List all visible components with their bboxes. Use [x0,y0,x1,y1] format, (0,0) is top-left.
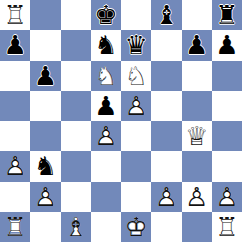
square-d5[interactable]: ♟ [91,91,121,121]
piece-white-pawn[interactable]: ♟♙ [151,182,181,212]
square-h4[interactable] [212,121,242,151]
piece-glyph: ♞ [30,151,60,181]
square-e5[interactable]: ♟♙ [121,91,151,121]
square-d7[interactable]: ♞ [91,30,121,60]
square-d4[interactable]: ♟♙ [91,121,121,151]
square-g4[interactable]: ♛♕ [182,121,212,151]
square-f3[interactable] [151,151,181,181]
piece-glyph: ♟ [212,30,242,60]
piece-black-rook[interactable]: ♜ [212,0,242,30]
square-b6[interactable]: ♟ [30,61,60,91]
square-f5[interactable] [151,91,181,121]
square-b1[interactable] [30,212,60,242]
piece-outline-glyph: ♗ [61,212,91,242]
piece-glyph: ♟ [91,91,121,121]
piece-outline-glyph: ♙ [121,91,151,121]
square-h6[interactable] [212,61,242,91]
piece-black-knight[interactable]: ♞ [91,30,121,60]
piece-white-rook[interactable]: ♜♖ [0,0,30,30]
piece-black-king[interactable]: ♚ [91,0,121,30]
square-e7[interactable]: ♛ [121,30,151,60]
square-a5[interactable] [0,91,30,121]
square-h2[interactable]: ♟♙ [212,182,242,212]
piece-white-pawn[interactable]: ♟♙ [91,121,121,151]
square-h3[interactable] [212,151,242,181]
piece-white-queen[interactable]: ♛♕ [182,121,212,151]
piece-glyph: ♞ [91,30,121,60]
square-f7[interactable] [151,30,181,60]
piece-glyph: ♟ [30,61,60,91]
square-a1[interactable]: ♜♖ [0,212,30,242]
square-b8[interactable] [30,0,60,30]
piece-outline-glyph: ♙ [212,182,242,212]
square-e4[interactable] [121,121,151,151]
square-d8[interactable]: ♚ [91,0,121,30]
piece-black-pawn[interactable]: ♟ [212,30,242,60]
piece-outline-glyph: ♙ [91,121,121,151]
square-f4[interactable] [151,121,181,151]
piece-white-king[interactable]: ♚♔ [121,212,151,242]
piece-outline-glyph: ♘ [121,61,151,91]
piece-outline-glyph: ♖ [212,212,242,242]
square-c8[interactable] [61,0,91,30]
square-c7[interactable] [61,30,91,60]
square-a7[interactable]: ♟ [0,30,30,60]
square-h1[interactable]: ♜♖ [212,212,242,242]
piece-white-pawn[interactable]: ♟♙ [30,182,60,212]
square-f1[interactable] [151,212,181,242]
square-g6[interactable] [182,61,212,91]
piece-outline-glyph: ♕ [182,121,212,151]
piece-glyph: ♟ [182,30,212,60]
square-g2[interactable]: ♟♙ [182,182,212,212]
square-e3[interactable] [121,151,151,181]
square-c5[interactable] [61,91,91,121]
piece-black-queen[interactable]: ♛ [121,30,151,60]
piece-glyph: ♝ [151,0,181,30]
square-g3[interactable] [182,151,212,181]
piece-outline-glyph: ♙ [151,182,181,212]
piece-outline-glyph: ♖ [0,212,30,242]
square-f8[interactable]: ♝ [151,0,181,30]
square-b3[interactable]: ♞ [30,151,60,181]
piece-glyph: ♛ [121,30,151,60]
square-c4[interactable] [61,121,91,151]
piece-white-pawn[interactable]: ♟♙ [182,182,212,212]
square-d2[interactable] [91,182,121,212]
square-f2[interactable]: ♟♙ [151,182,181,212]
square-e1[interactable]: ♚♔ [121,212,151,242]
square-e8[interactable] [121,0,151,30]
piece-outline-glyph: ♘ [91,61,121,91]
piece-outline-glyph: ♙ [182,182,212,212]
piece-glyph: ♟ [0,30,30,60]
piece-white-bishop[interactable]: ♝♗ [61,212,91,242]
square-d3[interactable] [91,151,121,181]
square-b2[interactable]: ♟♙ [30,182,60,212]
square-g7[interactable]: ♟ [182,30,212,60]
piece-glyph: ♚ [91,0,121,30]
piece-outline-glyph: ♙ [30,182,60,212]
square-g5[interactable] [182,91,212,121]
square-h7[interactable]: ♟ [212,30,242,60]
square-c6[interactable] [61,61,91,91]
square-a3[interactable]: ♟♙ [0,151,30,181]
piece-glyph: ♜ [212,0,242,30]
piece-white-knight[interactable]: ♞♘ [91,61,121,91]
square-d6[interactable]: ♞♘ [91,61,121,91]
square-e6[interactable]: ♞♘ [121,61,151,91]
square-h5[interactable] [212,91,242,121]
piece-white-rook[interactable]: ♜♖ [212,212,242,242]
piece-black-knight[interactable]: ♞ [30,151,60,181]
square-a4[interactable] [0,121,30,151]
piece-black-bishop[interactable]: ♝ [151,0,181,30]
piece-black-pawn[interactable]: ♟ [30,61,60,91]
square-f6[interactable] [151,61,181,91]
piece-white-pawn[interactable]: ♟♙ [121,91,151,121]
chess-board: ♜♖♚♝♜♟♞♛♟♟♟♞♘♞♘♟♟♙♟♙♛♕♟♙♞♟♙♟♙♟♙♟♙♜♖♝♗♚♔♜… [0,0,242,242]
square-g8[interactable] [182,0,212,30]
piece-black-pawn[interactable]: ♟ [91,91,121,121]
piece-white-knight[interactable]: ♞♘ [121,61,151,91]
square-d1[interactable] [91,212,121,242]
square-a6[interactable] [0,61,30,91]
square-c2[interactable] [61,182,91,212]
piece-outline-glyph: ♖ [0,0,30,30]
piece-black-pawn[interactable]: ♟ [0,30,30,60]
piece-black-pawn[interactable]: ♟ [182,30,212,60]
piece-white-pawn[interactable]: ♟♙ [212,182,242,212]
square-b4[interactable] [30,121,60,151]
square-c1[interactable]: ♝♗ [61,212,91,242]
square-b5[interactable] [30,91,60,121]
piece-white-rook[interactable]: ♜♖ [0,212,30,242]
square-e2[interactable] [121,182,151,212]
square-b7[interactable] [30,30,60,60]
square-a8[interactable]: ♜♖ [0,0,30,30]
piece-outline-glyph: ♔ [121,212,151,242]
square-a2[interactable] [0,182,30,212]
piece-white-pawn[interactable]: ♟♙ [0,151,30,181]
square-c3[interactable] [61,151,91,181]
square-h8[interactable]: ♜ [212,0,242,30]
square-g1[interactable] [182,212,212,242]
piece-outline-glyph: ♙ [0,151,30,181]
